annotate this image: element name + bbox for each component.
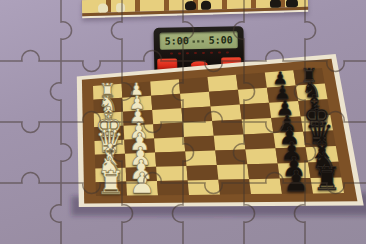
jigsaw-piece-outlines [0,0,366,244]
jigsaw-overlay[interactable] [0,0,366,244]
jigsaw-puzzle-photo[interactable]: 5:00 ▪▪▪ 5:00 ♜♟♟♜♞♟♟♞♝♟♟♝♚♟♟♚♛♟♟♛♝♟♟♝♞♟… [0,0,366,244]
